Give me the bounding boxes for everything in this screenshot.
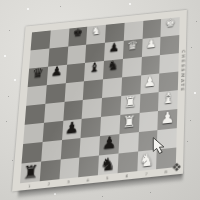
white-pawn-g5[interactable]: ♟ xyxy=(143,74,156,89)
black-pawn-b6[interactable]: ♟ xyxy=(51,65,63,79)
square-h6[interactable] xyxy=(159,53,178,73)
dust-speck xyxy=(129,3,131,5)
dust-speck xyxy=(102,196,103,197)
white-king-h8[interactable]: ♚ xyxy=(165,17,175,29)
square-d6[interactable]: ♝ xyxy=(84,61,104,81)
black-king-c8[interactable]: ♚ xyxy=(73,27,84,39)
black-knight-e6[interactable]: ♞ xyxy=(107,59,119,73)
dust-speck xyxy=(8,96,9,97)
edge-label-6: 6 xyxy=(126,173,129,178)
square-g7[interactable]: ♟ xyxy=(141,37,160,57)
white-pawn-g7[interactable]: ♟ xyxy=(146,37,157,50)
square-e5[interactable] xyxy=(102,77,122,98)
square-b5[interactable] xyxy=(45,83,65,104)
square-c3[interactable]: ♟ xyxy=(62,119,82,140)
board-grid: ♚♞♚♟♛♟♛♟♝♞♟♜♝♟♜♟♟♜♞♞ xyxy=(20,17,180,183)
square-g5[interactable]: ♟ xyxy=(140,73,160,94)
dust-speck xyxy=(150,192,151,193)
white-bishop-h4[interactable]: ♝ xyxy=(161,91,175,107)
dust-speck xyxy=(4,55,6,57)
black-rook-a1[interactable]: ♜ xyxy=(22,162,39,181)
square-h8[interactable]: ♚ xyxy=(161,17,180,37)
square-f5[interactable] xyxy=(121,75,141,96)
white-pawn-h3[interactable]: ♟ xyxy=(160,110,174,127)
square-a4[interactable] xyxy=(25,104,45,125)
square-e4[interactable] xyxy=(101,96,121,117)
chess-board: ♚♞♚♟♛♟♛♟♝♞♟♜♝♟♜♟♟♜♞♞ CHESSMATE ❖ 1234567… xyxy=(12,10,187,191)
square-f1[interactable] xyxy=(117,152,137,174)
edge-label-2: 2 xyxy=(47,181,50,186)
square-d1[interactable] xyxy=(78,156,99,178)
black-queen-a6[interactable]: ♛ xyxy=(32,67,45,81)
edge-label-7: 7 xyxy=(145,171,148,176)
black-pawn-e2[interactable]: ♟ xyxy=(101,135,117,153)
dust-speck xyxy=(187,141,188,142)
square-c5[interactable] xyxy=(64,81,84,102)
dust-speck xyxy=(60,6,61,7)
square-a5[interactable] xyxy=(26,85,46,106)
square-b6[interactable]: ♟ xyxy=(46,65,66,85)
dust-speck xyxy=(191,47,192,48)
square-f3[interactable]: ♜ xyxy=(119,113,139,134)
black-pawn-e7[interactable]: ♟ xyxy=(108,41,119,54)
white-rook-f4[interactable]: ♜ xyxy=(123,95,137,111)
dust-speck xyxy=(12,160,13,161)
square-c8[interactable]: ♚ xyxy=(68,27,88,47)
square-c2[interactable] xyxy=(60,138,81,159)
square-d5[interactable] xyxy=(83,79,103,100)
white-queen-f7[interactable]: ♛ xyxy=(127,39,138,52)
dust-speck xyxy=(6,121,7,122)
edge-label-3: 3 xyxy=(67,179,70,184)
square-c1[interactable] xyxy=(59,158,80,180)
square-c6[interactable] xyxy=(65,63,85,83)
photo-of-chessboard: ♚♞♚♟♛♟♛♟♝♞♟♜♝♟♜♟♟♜♞♞ CHESSMATE ❖ 1234567… xyxy=(0,0,200,200)
dust-speck xyxy=(196,21,197,22)
square-g3[interactable] xyxy=(138,111,158,132)
square-c7[interactable] xyxy=(67,45,87,65)
edge-label-5: 5 xyxy=(106,175,109,180)
black-knight-e1[interactable]: ♞ xyxy=(100,154,117,173)
board-brand-text: CHESSMATE xyxy=(179,50,185,93)
square-h3[interactable]: ♟ xyxy=(158,109,178,130)
square-g4[interactable] xyxy=(139,92,159,113)
square-e6[interactable]: ♞ xyxy=(103,59,123,79)
square-b4[interactable] xyxy=(44,102,64,123)
dust-speck xyxy=(9,30,10,31)
square-d4[interactable] xyxy=(82,98,102,119)
square-b8[interactable] xyxy=(49,29,69,49)
square-a1[interactable]: ♜ xyxy=(20,162,41,184)
square-h5[interactable] xyxy=(159,72,178,93)
black-pawn-c3[interactable]: ♟ xyxy=(64,120,79,137)
edge-label-8: 8 xyxy=(165,169,168,174)
board-frame: ♚♞♚♟♛♟♛♟♝♞♟♜♝♟♜♟♟♜♞♞ CHESSMATE ❖ 1234567… xyxy=(12,10,187,191)
dust-speck xyxy=(190,120,191,121)
dust-speck xyxy=(14,79,16,81)
black-bishop-d6[interactable]: ♝ xyxy=(88,61,100,75)
square-d3[interactable] xyxy=(81,117,101,138)
square-f2[interactable] xyxy=(118,132,138,153)
square-b1[interactable] xyxy=(39,160,60,182)
square-d8[interactable]: ♞ xyxy=(86,25,106,45)
square-f6[interactable] xyxy=(122,57,142,77)
mouse-cursor-icon xyxy=(152,137,165,154)
square-e1[interactable]: ♞ xyxy=(98,154,118,176)
square-f7[interactable]: ♛ xyxy=(123,39,142,59)
square-b3[interactable] xyxy=(42,121,62,142)
square-h7[interactable] xyxy=(160,35,179,55)
edge-label-4: 4 xyxy=(86,177,89,182)
edge-label-1: 1 xyxy=(28,183,31,188)
square-a8[interactable] xyxy=(31,30,51,50)
dust-speck xyxy=(194,92,196,94)
square-b2[interactable] xyxy=(41,140,62,161)
square-d2[interactable] xyxy=(80,136,100,157)
dust-speck xyxy=(27,8,29,10)
white-rook-f3[interactable]: ♜ xyxy=(122,114,137,131)
square-a6[interactable]: ♛ xyxy=(28,67,48,87)
white-knight-d8[interactable]: ♞ xyxy=(91,25,102,37)
square-a3[interactable] xyxy=(23,123,44,144)
